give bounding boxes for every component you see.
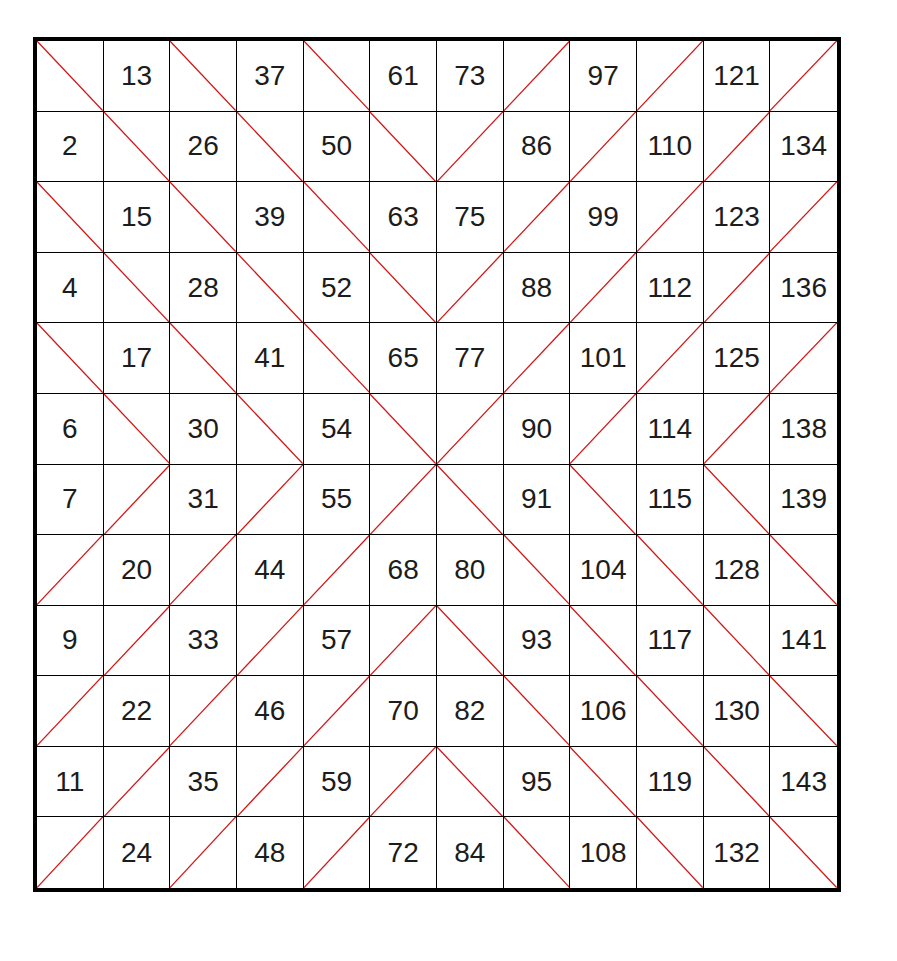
grid-cell [704, 112, 771, 183]
grid-cell: 39 [237, 182, 304, 253]
grid-cell: 68 [370, 535, 437, 606]
red-diagonal-backslash [704, 465, 770, 535]
cell-number: 134 [780, 130, 827, 162]
grid-cell: 15 [104, 182, 171, 253]
red-diagonal-slash [704, 112, 770, 182]
red-diagonal-backslash [570, 606, 636, 676]
grid-cell [637, 41, 704, 112]
grid-cell: 125 [704, 323, 771, 394]
grid-cell [237, 747, 304, 818]
grid-cell [437, 112, 504, 183]
grid-cell [437, 394, 504, 465]
cell-number: 9 [62, 624, 78, 656]
red-diagonal-backslash [704, 747, 770, 817]
red-diagonal-slash [704, 253, 770, 323]
cell-number: 70 [388, 695, 419, 727]
cell-number: 15 [121, 201, 152, 233]
red-diagonal-slash [637, 323, 703, 393]
grid-cell: 65 [370, 323, 437, 394]
grid-cell: 138 [770, 394, 837, 465]
cell-number: 30 [188, 413, 219, 445]
grid-cell: 101 [570, 323, 637, 394]
grid-cell: 55 [304, 465, 371, 536]
grid-cell [304, 535, 371, 606]
grid-cell [370, 253, 437, 324]
worksheet-canvas: 1337617397121226508611013415396375991234… [0, 0, 897, 961]
red-diagonal-slash [570, 253, 636, 323]
grid-cell [370, 112, 437, 183]
grid-cell: 7 [37, 465, 104, 536]
grid-cell: 93 [504, 606, 571, 677]
grid-cell [704, 253, 771, 324]
red-diagonal-slash [504, 182, 570, 252]
grid-cell [370, 747, 437, 818]
grid-cell: 80 [437, 535, 504, 606]
grid-cell: 115 [637, 465, 704, 536]
grid-cell [304, 41, 371, 112]
red-diagonal-backslash [637, 676, 703, 746]
grid-cell: 112 [637, 253, 704, 324]
grid-cell: 61 [370, 41, 437, 112]
cell-number: 11 [55, 766, 84, 798]
red-diagonal-slash [637, 41, 703, 111]
grid-cell [304, 817, 371, 888]
grid-cell: 97 [570, 41, 637, 112]
red-diagonal-slash [370, 747, 436, 817]
grid-cell [437, 747, 504, 818]
cell-number: 2 [62, 130, 78, 162]
grid-cell [437, 606, 504, 677]
cell-number: 31 [188, 483, 219, 515]
grid-cell: 59 [304, 747, 371, 818]
grid-cell: 136 [770, 253, 837, 324]
grid-cell [237, 606, 304, 677]
red-diagonal-slash [237, 465, 303, 535]
grid-cell: 63 [370, 182, 437, 253]
red-diagonal-slash [237, 747, 303, 817]
red-diagonal-slash [304, 817, 370, 888]
grid-cell [237, 112, 304, 183]
grid-cell: 77 [437, 323, 504, 394]
cell-number: 26 [188, 130, 219, 162]
cell-number: 139 [780, 483, 827, 515]
red-diagonal-backslash [770, 535, 837, 605]
grid-cell: 91 [504, 465, 571, 536]
red-diagonal-slash [104, 747, 170, 817]
red-diagonal-backslash [504, 676, 570, 746]
cell-number: 52 [321, 272, 352, 304]
cell-number: 73 [454, 60, 485, 92]
cell-number: 46 [254, 695, 285, 727]
cell-number: 39 [254, 201, 285, 233]
grid-cell [104, 394, 171, 465]
red-diagonal-slash [37, 817, 103, 888]
grid-cell: 54 [304, 394, 371, 465]
red-diagonal-slash [170, 535, 236, 605]
red-diagonal-backslash [370, 112, 436, 182]
grid-cell [370, 394, 437, 465]
grid-cell [370, 465, 437, 536]
cell-number: 68 [388, 554, 419, 586]
grid-cell: 128 [704, 535, 771, 606]
grid-cell: 17 [104, 323, 171, 394]
grid-cell: 134 [770, 112, 837, 183]
grid-cell [637, 817, 704, 888]
grid-cell: 50 [304, 112, 371, 183]
cell-number: 41 [254, 342, 285, 374]
grid-cell [570, 747, 637, 818]
grid-cell: 75 [437, 182, 504, 253]
red-diagonal-slash [770, 41, 837, 111]
grid-cell: 48 [237, 817, 304, 888]
grid-cell [504, 535, 571, 606]
grid-cell [637, 676, 704, 747]
red-diagonal-slash [370, 606, 436, 676]
grid-cell [570, 253, 637, 324]
cell-number: 24 [121, 837, 152, 869]
grid-cell: 119 [637, 747, 704, 818]
grid-cell [570, 112, 637, 183]
red-diagonal-backslash [237, 394, 303, 464]
red-diagonal-slash [104, 465, 170, 535]
red-diagonal-slash [770, 323, 837, 393]
grid-cell: 11 [37, 747, 104, 818]
grid-cell [104, 606, 171, 677]
red-diagonal-backslash [170, 182, 236, 252]
cell-number: 108 [580, 837, 627, 869]
grid-cell [304, 323, 371, 394]
grid-cell: 30 [170, 394, 237, 465]
grid-cell: 37 [237, 41, 304, 112]
red-diagonal-slash [570, 112, 636, 182]
red-diagonal-slash [37, 676, 103, 746]
grid-cell [170, 323, 237, 394]
cell-number: 112 [648, 272, 693, 304]
red-diagonal-slash [504, 41, 570, 111]
grid-cell [37, 676, 104, 747]
grid-cell [504, 41, 571, 112]
red-diagonal-slash [170, 676, 236, 746]
grid-cell: 114 [637, 394, 704, 465]
grid-cell [104, 253, 171, 324]
grid-cell: 41 [237, 323, 304, 394]
grid-cell: 73 [437, 41, 504, 112]
cell-number: 88 [521, 272, 552, 304]
grid-cell [170, 817, 237, 888]
grid-cell [770, 41, 837, 112]
grid-cell [770, 323, 837, 394]
grid-cell: 46 [237, 676, 304, 747]
grid-cell: 143 [770, 747, 837, 818]
red-diagonal-slash [770, 182, 837, 252]
grid-cell: 141 [770, 606, 837, 677]
cell-number: 82 [454, 695, 485, 727]
cell-number: 50 [321, 130, 352, 162]
grid-cell [304, 182, 371, 253]
puzzle-board: 1337617397121226508611013415396375991234… [33, 37, 841, 892]
grid-cell: 70 [370, 676, 437, 747]
cell-number: 35 [188, 766, 219, 798]
red-diagonal-backslash [504, 817, 570, 888]
grid-cell [437, 465, 504, 536]
red-diagonal-backslash [304, 182, 370, 252]
red-diagonal-slash [370, 465, 436, 535]
red-diagonal-backslash [37, 323, 103, 393]
cell-number: 110 [648, 130, 693, 162]
cell-number: 143 [780, 766, 827, 798]
cell-number: 57 [321, 624, 352, 656]
grid-cell [237, 465, 304, 536]
cell-number: 93 [521, 624, 552, 656]
cell-number: 13 [121, 60, 152, 92]
red-diagonal-backslash [104, 253, 170, 323]
cell-number: 114 [648, 413, 693, 445]
red-diagonal-backslash [437, 465, 503, 535]
red-diagonal-slash [104, 606, 170, 676]
grid-cell [704, 747, 771, 818]
grid-cell [237, 394, 304, 465]
grid-cell [704, 465, 771, 536]
cell-number: 132 [713, 837, 760, 869]
red-diagonal-backslash [37, 182, 103, 252]
cell-number: 7 [62, 483, 78, 515]
cell-number: 37 [254, 60, 285, 92]
cell-number: 125 [713, 342, 760, 374]
cell-number: 33 [188, 624, 219, 656]
red-diagonal-slash [304, 676, 370, 746]
grid-cell: 9 [37, 606, 104, 677]
cell-number: 63 [388, 201, 419, 233]
cell-number: 84 [454, 837, 485, 869]
red-diagonal-backslash [504, 535, 570, 605]
red-diagonal-backslash [104, 394, 170, 464]
grid-cell [237, 253, 304, 324]
cell-number: 77 [454, 342, 485, 374]
cell-number: 6 [62, 413, 78, 445]
grid-cell [570, 394, 637, 465]
grid-cell: 95 [504, 747, 571, 818]
grid-cell: 57 [304, 606, 371, 677]
red-diagonal-backslash [770, 817, 837, 888]
grid-cell: 132 [704, 817, 771, 888]
cell-number: 128 [713, 554, 760, 586]
cell-number: 99 [588, 201, 619, 233]
cell-number: 59 [321, 766, 352, 798]
red-diagonal-backslash [170, 323, 236, 393]
grid-cell: 2 [37, 112, 104, 183]
grid-cell [570, 606, 637, 677]
grid-cell [770, 182, 837, 253]
grid-cell [504, 817, 571, 888]
grid-cell [170, 182, 237, 253]
cell-number: 48 [254, 837, 285, 869]
red-diagonal-slash [570, 394, 636, 464]
grid-cell [170, 676, 237, 747]
grid-cell [104, 747, 171, 818]
grid-cell [504, 323, 571, 394]
red-diagonal-backslash [370, 394, 436, 464]
grid-cell: 108 [570, 817, 637, 888]
grid-cell [637, 535, 704, 606]
grid-cell [770, 817, 837, 888]
grid-cell: 82 [437, 676, 504, 747]
grid-cell: 24 [104, 817, 171, 888]
red-diagonal-backslash [170, 41, 236, 111]
red-diagonal-slash [237, 606, 303, 676]
red-diagonal-backslash [637, 535, 703, 605]
grid-cell [37, 535, 104, 606]
grid-cell [304, 676, 371, 747]
cell-number: 4 [62, 272, 78, 304]
cell-number: 80 [454, 554, 485, 586]
grid-cell: 20 [104, 535, 171, 606]
cell-number: 130 [713, 695, 760, 727]
cell-number: 117 [648, 624, 693, 656]
grid-cell: 13 [104, 41, 171, 112]
grid-cell: 123 [704, 182, 771, 253]
red-diagonal-slash [170, 817, 236, 888]
cell-number: 65 [388, 342, 419, 374]
cell-number: 55 [321, 483, 352, 515]
cell-number: 17 [121, 342, 152, 374]
cell-number: 54 [321, 413, 352, 445]
grid-cell [104, 112, 171, 183]
red-diagonal-backslash [437, 606, 503, 676]
grid-cell: 88 [504, 253, 571, 324]
grid-cell: 33 [170, 606, 237, 677]
red-diagonal-slash [437, 394, 503, 464]
grid-cell [170, 535, 237, 606]
grid-cell: 90 [504, 394, 571, 465]
grid-cell: 86 [504, 112, 571, 183]
grid-cell: 72 [370, 817, 437, 888]
grid-cell [370, 606, 437, 677]
cell-number: 106 [580, 695, 627, 727]
grid-cell [770, 535, 837, 606]
grid-cell [37, 323, 104, 394]
cell-number: 28 [188, 272, 219, 304]
grid-cell: 121 [704, 41, 771, 112]
grid-cell: 28 [170, 253, 237, 324]
grid-cell [637, 182, 704, 253]
cell-number: 75 [454, 201, 485, 233]
red-diagonal-slash [437, 112, 503, 182]
red-diagonal-backslash [637, 817, 703, 888]
grid-cell: 4 [37, 253, 104, 324]
grid-cell: 104 [570, 535, 637, 606]
red-diagonal-backslash [570, 747, 636, 817]
red-diagonal-slash [304, 535, 370, 605]
grid-cell: 52 [304, 253, 371, 324]
cell-number: 91 [521, 483, 552, 515]
grid-cell [37, 182, 104, 253]
red-diagonal-backslash [704, 606, 770, 676]
cell-number: 104 [580, 554, 627, 586]
grid-cell: 117 [637, 606, 704, 677]
cell-number: 61 [388, 60, 419, 92]
grid-cell: 44 [237, 535, 304, 606]
cell-number: 138 [780, 413, 827, 445]
cell-number: 44 [254, 554, 285, 586]
red-diagonal-slash [637, 182, 703, 252]
cell-number: 136 [780, 272, 827, 304]
cell-number: 121 [713, 60, 760, 92]
cell-number: 90 [521, 413, 552, 445]
grid-cell [104, 465, 171, 536]
red-diagonal-backslash [370, 253, 436, 323]
grid-cell: 31 [170, 465, 237, 536]
red-diagonal-backslash [104, 112, 170, 182]
red-diagonal-backslash [770, 676, 837, 746]
grid-cell: 106 [570, 676, 637, 747]
grid-cell: 35 [170, 747, 237, 818]
cell-number: 97 [588, 60, 619, 92]
grid-cell [504, 182, 571, 253]
red-diagonal-slash [437, 253, 503, 323]
cell-number: 115 [648, 483, 693, 515]
cell-number: 72 [388, 837, 419, 869]
grid-cell [504, 676, 571, 747]
cell-number: 86 [521, 130, 552, 162]
grid-cell [770, 676, 837, 747]
red-diagonal-slash [37, 535, 103, 605]
red-diagonal-backslash [37, 41, 103, 111]
red-diagonal-backslash [237, 112, 303, 182]
red-diagonal-backslash [437, 747, 503, 817]
grid-cell [37, 41, 104, 112]
grid-cell [704, 394, 771, 465]
red-diagonal-slash [704, 394, 770, 464]
red-diagonal-backslash [237, 253, 303, 323]
grid-cell [170, 41, 237, 112]
grid-cell: 22 [104, 676, 171, 747]
red-diagonal-backslash [304, 41, 370, 111]
grid-cell: 110 [637, 112, 704, 183]
grid-cell [637, 323, 704, 394]
cell-number: 119 [648, 766, 693, 798]
grid-cell: 84 [437, 817, 504, 888]
grid-cell [437, 253, 504, 324]
grid-cell: 6 [37, 394, 104, 465]
cell-number: 101 [580, 342, 627, 374]
grid-cell [37, 817, 104, 888]
cell-number: 95 [521, 766, 552, 798]
grid-cell: 130 [704, 676, 771, 747]
grid-cell [570, 465, 637, 536]
grid-cell: 26 [170, 112, 237, 183]
red-diagonal-slash [504, 323, 570, 393]
cell-number: 20 [121, 554, 152, 586]
grid-cell [704, 606, 771, 677]
cell-number: 123 [713, 201, 760, 233]
red-diagonal-backslash [304, 323, 370, 393]
grid-cell: 139 [770, 465, 837, 536]
cell-number: 141 [780, 624, 827, 656]
cell-number: 22 [121, 695, 152, 727]
red-diagonal-backslash [570, 465, 636, 535]
grid-cell: 99 [570, 182, 637, 253]
